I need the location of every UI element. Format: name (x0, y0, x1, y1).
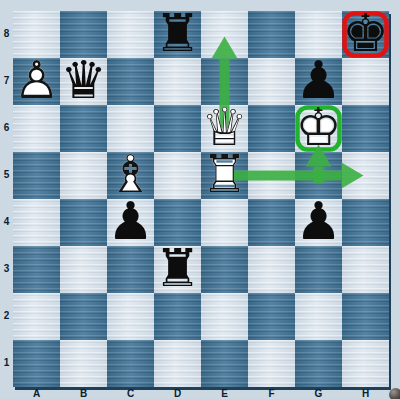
square-h1[interactable] (342, 340, 389, 387)
square-b3[interactable] (60, 246, 107, 293)
file-label-c: C (107, 388, 154, 399)
square-f4[interactable] (248, 199, 295, 246)
square-h5[interactable] (342, 152, 389, 199)
square-c2[interactable] (107, 293, 154, 340)
square-a3[interactable] (13, 246, 60, 293)
square-c7[interactable] (107, 58, 154, 105)
square-d1[interactable] (154, 340, 201, 387)
rank-label-3: 3 (1, 263, 12, 275)
piece-black-king-h8[interactable]: ♚ (342, 11, 389, 58)
piece-white-rook-e5[interactable]: ♜♖ (201, 152, 248, 199)
square-b6[interactable] (60, 105, 107, 152)
square-d7[interactable] (154, 58, 201, 105)
square-h2[interactable] (342, 293, 389, 340)
square-a5[interactable] (13, 152, 60, 199)
black-rook-icon: ♜ (154, 11, 201, 58)
piece-black-pawn-g4[interactable]: ♟ (295, 199, 342, 246)
square-f5[interactable] (248, 152, 295, 199)
square-f7[interactable] (248, 58, 295, 105)
square-e8[interactable] (201, 11, 248, 58)
square-a2[interactable] (13, 293, 60, 340)
white-pawn-icon: ♙ (13, 58, 60, 105)
square-h7[interactable] (342, 58, 389, 105)
rank-label-8: 8 (1, 28, 12, 40)
rank-label-6: 6 (1, 122, 12, 134)
rank-label-5: 5 (1, 169, 12, 181)
square-e4[interactable] (201, 199, 248, 246)
square-e2[interactable] (201, 293, 248, 340)
file-label-f: F (248, 388, 295, 399)
square-e3[interactable] (201, 246, 248, 293)
square-f3[interactable] (248, 246, 295, 293)
square-d2[interactable] (154, 293, 201, 340)
square-a4[interactable] (13, 199, 60, 246)
white-king-icon: ♔ (295, 105, 342, 152)
white-rook-icon: ♖ (201, 152, 248, 199)
square-h3[interactable] (342, 246, 389, 293)
square-a1[interactable] (13, 340, 60, 387)
rank-label-1: 1 (1, 357, 12, 369)
square-g2[interactable] (295, 293, 342, 340)
square-c1[interactable] (107, 340, 154, 387)
square-f2[interactable] (248, 293, 295, 340)
rank-label-4: 4 (1, 216, 12, 228)
square-b2[interactable] (60, 293, 107, 340)
square-f6[interactable] (248, 105, 295, 152)
square-d5[interactable] (154, 152, 201, 199)
square-e1[interactable] (201, 340, 248, 387)
chess-board-panel: 87654321 ABCDEFGH ♜♚♟♙♛♟♛♕♚♔♝♗♜♖♟♟♜ (0, 0, 400, 399)
file-label-d: D (154, 388, 201, 399)
black-pawn-icon: ♟ (107, 199, 154, 246)
square-c8[interactable] (107, 11, 154, 58)
piece-black-rook-d8[interactable]: ♜ (154, 11, 201, 58)
rank-label-7: 7 (1, 75, 12, 87)
black-rook-icon: ♜ (154, 246, 201, 293)
square-g3[interactable] (295, 246, 342, 293)
square-c3[interactable] (107, 246, 154, 293)
square-h4[interactable] (342, 199, 389, 246)
piece-black-queen-b7[interactable]: ♛ (60, 58, 107, 105)
piece-black-pawn-c4[interactable]: ♟ (107, 199, 154, 246)
square-f8[interactable] (248, 11, 295, 58)
square-a6[interactable] (13, 105, 60, 152)
file-label-h: H (342, 388, 389, 399)
square-f1[interactable] (248, 340, 295, 387)
piece-black-rook-d3[interactable]: ♜ (154, 246, 201, 293)
file-label-g: G (295, 388, 342, 399)
square-b5[interactable] (60, 152, 107, 199)
square-g1[interactable] (295, 340, 342, 387)
rank-label-2: 2 (1, 310, 12, 322)
file-label-b: B (60, 388, 107, 399)
black-pawn-icon: ♟ (295, 199, 342, 246)
square-b4[interactable] (60, 199, 107, 246)
black-king-icon: ♚ (342, 11, 389, 58)
square-b1[interactable] (60, 340, 107, 387)
file-label-a: A (13, 388, 60, 399)
file-label-e: E (201, 388, 248, 399)
piece-white-king-g6[interactable]: ♚♔ (295, 105, 342, 152)
black-queen-icon: ♛ (60, 58, 107, 105)
piece-white-pawn-a7[interactable]: ♟♙ (13, 58, 60, 105)
square-d6[interactable] (154, 105, 201, 152)
corner-dot (389, 388, 400, 399)
square-h6[interactable] (342, 105, 389, 152)
